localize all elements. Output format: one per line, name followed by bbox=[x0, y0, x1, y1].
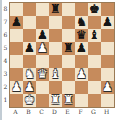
square-a2[interactable]: ♟ bbox=[10, 81, 23, 94]
square-e4[interactable] bbox=[62, 55, 75, 68]
rank-labels: 87654321 bbox=[2, 2, 9, 106]
piece-white-rook-d1[interactable]: ♜ bbox=[50, 94, 61, 107]
rank-label-1: 1 bbox=[2, 93, 9, 106]
square-a4[interactable] bbox=[10, 55, 23, 68]
piece-black-pawn-f5[interactable]: ♟ bbox=[76, 42, 87, 55]
square-a7[interactable]: ♟ bbox=[10, 16, 23, 29]
piece-white-king-b1[interactable]: ♚ bbox=[24, 94, 35, 107]
square-f1[interactable] bbox=[75, 94, 88, 107]
square-h4[interactable] bbox=[101, 55, 114, 68]
file-label-e: E bbox=[61, 107, 74, 116]
file-label-c: C bbox=[35, 107, 48, 116]
square-a5[interactable] bbox=[10, 42, 23, 55]
piece-white-pawn-c5[interactable]: ♟ bbox=[37, 42, 48, 55]
square-g8[interactable]: ♚ bbox=[88, 3, 101, 16]
piece-black-rook-d8[interactable]: ♜ bbox=[50, 3, 61, 16]
square-f3[interactable]: ♟ bbox=[75, 68, 88, 81]
piece-black-rook-e5[interactable]: ♜ bbox=[63, 42, 74, 55]
piece-black-pawn-h7[interactable]: ♟ bbox=[102, 16, 113, 29]
square-d5[interactable] bbox=[49, 42, 62, 55]
chess-board[interactable]: ♜♚♟♞♟♟♛♝♟♟♜♟♞♛♝♟♟♟♟♚♜♜ bbox=[9, 2, 115, 108]
square-g3[interactable] bbox=[88, 68, 101, 81]
square-c3[interactable]: ♛ bbox=[36, 68, 49, 81]
square-b5[interactable]: ♟ bbox=[23, 42, 36, 55]
square-f2[interactable] bbox=[75, 81, 88, 94]
square-h1[interactable] bbox=[101, 94, 114, 107]
square-g1[interactable] bbox=[88, 94, 101, 107]
square-d6[interactable] bbox=[49, 29, 62, 42]
rank-label-3: 3 bbox=[2, 67, 9, 80]
square-e3[interactable] bbox=[62, 68, 75, 81]
screenshot-frame: 87654321 ♜♚♟♞♟♟♛♝♟♟♜♟♞♛♝♟♟♟♟♚♜♜ ABCDEFGH bbox=[0, 0, 115, 120]
square-h7[interactable]: ♟ bbox=[101, 16, 114, 29]
piece-black-king-g8[interactable]: ♚ bbox=[89, 3, 100, 16]
piece-black-bishop-g6[interactable]: ♝ bbox=[89, 29, 100, 42]
square-g4[interactable] bbox=[88, 55, 101, 68]
square-h6[interactable] bbox=[101, 29, 114, 42]
square-d3[interactable]: ♝ bbox=[49, 68, 62, 81]
piece-white-bishop-d3[interactable]: ♝ bbox=[50, 68, 61, 81]
square-e8[interactable] bbox=[62, 3, 75, 16]
rank-label-5: 5 bbox=[2, 41, 9, 54]
rank-label-4: 4 bbox=[2, 54, 9, 67]
file-label-d: D bbox=[48, 107, 61, 116]
square-g5[interactable] bbox=[88, 42, 101, 55]
square-b8[interactable] bbox=[23, 3, 36, 16]
rank-label-7: 7 bbox=[2, 15, 9, 28]
square-c2[interactable] bbox=[36, 81, 49, 94]
piece-white-pawn-a2[interactable]: ♟ bbox=[11, 81, 22, 94]
file-label-h: H bbox=[100, 107, 113, 116]
square-c5[interactable]: ♟ bbox=[36, 42, 49, 55]
square-c1[interactable] bbox=[36, 94, 49, 107]
piece-black-pawn-a7[interactable]: ♟ bbox=[11, 16, 22, 29]
piece-white-pawn-f3[interactable]: ♟ bbox=[76, 68, 87, 81]
square-c8[interactable] bbox=[36, 3, 49, 16]
square-a1[interactable] bbox=[10, 94, 23, 107]
piece-black-pawn-b5[interactable]: ♟ bbox=[24, 42, 35, 55]
square-a6[interactable] bbox=[10, 29, 23, 42]
square-e5[interactable]: ♜ bbox=[62, 42, 75, 55]
file-labels: ABCDEFGH bbox=[9, 107, 113, 116]
piece-white-rook-e1[interactable]: ♜ bbox=[63, 94, 74, 107]
square-e7[interactable] bbox=[62, 16, 75, 29]
square-b7[interactable] bbox=[23, 16, 36, 29]
square-b1[interactable]: ♚ bbox=[23, 94, 36, 107]
square-d8[interactable]: ♜ bbox=[49, 3, 62, 16]
square-d1[interactable]: ♜ bbox=[49, 94, 62, 107]
square-h5[interactable] bbox=[101, 42, 114, 55]
square-f5[interactable]: ♟ bbox=[75, 42, 88, 55]
file-label-a: A bbox=[9, 107, 22, 116]
square-g6[interactable]: ♝ bbox=[88, 29, 101, 42]
square-g2[interactable] bbox=[88, 81, 101, 94]
square-h2[interactable]: ♟ bbox=[101, 81, 114, 94]
piece-white-queen-c3[interactable]: ♛ bbox=[37, 68, 48, 81]
rank-label-8: 8 bbox=[2, 2, 9, 15]
piece-white-pawn-h2[interactable]: ♟ bbox=[102, 81, 113, 94]
rank-label-2: 2 bbox=[2, 80, 9, 93]
square-e1[interactable]: ♜ bbox=[62, 94, 75, 107]
square-d7[interactable] bbox=[49, 16, 62, 29]
rank-label-6: 6 bbox=[2, 28, 9, 41]
file-label-f: F bbox=[74, 107, 87, 116]
file-label-g: G bbox=[87, 107, 100, 116]
file-label-b: B bbox=[22, 107, 35, 116]
